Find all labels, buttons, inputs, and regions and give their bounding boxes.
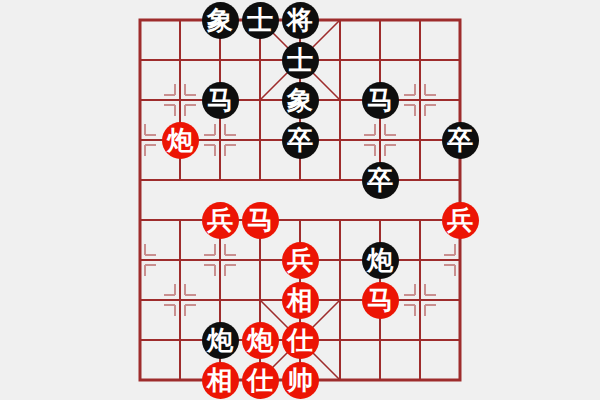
piece-red-soldier[interactable]: 兵 (442, 202, 479, 239)
pieces-layer: 象士将士马象马炮卒卒卒兵马兵兵炮相马炮炮仕相仕帅 (0, 0, 600, 400)
xiangqi-board-diagram: 象士将士马象马炮卒卒卒兵马兵兵炮相马炮炮仕相仕帅 (0, 0, 600, 400)
piece-red-advisor[interactable]: 仕 (282, 322, 319, 359)
piece-black-soldier[interactable]: 卒 (362, 162, 399, 199)
piece-black-advisor[interactable]: 士 (282, 42, 319, 79)
piece-red-horse[interactable]: 马 (242, 202, 279, 239)
piece-red-advisor[interactable]: 仕 (242, 362, 279, 399)
piece-black-horse[interactable]: 马 (202, 82, 239, 119)
piece-red-cannon[interactable]: 炮 (162, 122, 199, 159)
piece-red-elephant[interactable]: 相 (282, 282, 319, 319)
piece-red-horse[interactable]: 马 (362, 282, 399, 319)
piece-red-soldier[interactable]: 兵 (282, 242, 319, 279)
piece-black-soldier[interactable]: 卒 (442, 122, 479, 159)
piece-black-general[interactable]: 将 (282, 2, 319, 39)
piece-black-advisor[interactable]: 士 (242, 2, 279, 39)
piece-red-elephant[interactable]: 相 (202, 362, 239, 399)
piece-black-horse[interactable]: 马 (362, 82, 399, 119)
piece-red-soldier[interactable]: 兵 (202, 202, 239, 239)
piece-black-cannon[interactable]: 炮 (362, 242, 399, 279)
piece-black-cannon[interactable]: 炮 (202, 322, 239, 359)
piece-red-general[interactable]: 帅 (282, 362, 319, 399)
piece-black-elephant[interactable]: 象 (282, 82, 319, 119)
piece-black-elephant[interactable]: 象 (202, 2, 239, 39)
piece-black-soldier[interactable]: 卒 (282, 122, 319, 159)
piece-red-cannon[interactable]: 炮 (242, 322, 279, 359)
